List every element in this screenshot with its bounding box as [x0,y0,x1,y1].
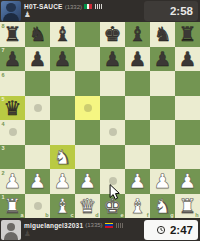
black-knight[interactable]: ♞ [29,22,47,47]
white-pawn[interactable]: ♟ [4,169,22,194]
square-c8[interactable]: ♝ [50,22,75,47]
square-a6[interactable]: 6 [0,71,25,96]
square-a8[interactable]: 8♜ [0,22,25,47]
signal-bars-icon [116,223,123,228]
square-a1[interactable]: 1a♜ [0,194,25,219]
person-silhouette-icon [7,223,15,231]
square-d1[interactable]: d♛ [75,194,100,219]
square-d3[interactable] [75,145,100,170]
top-player-name[interactable]: H0T-SAUCE [24,3,63,10]
white-pawn[interactable]: ♟ [54,169,72,194]
bottom-player-avatar[interactable] [1,220,21,240]
white-pawn[interactable]: ♟ [129,169,147,194]
person-silhouette-icon [4,232,18,240]
square-c5[interactable] [50,96,75,121]
file-label-g: g [170,212,173,218]
square-e4[interactable] [100,120,125,145]
chess-game-screen: H0T-SAUCE (1332) ♟ 2:58 8♜♞♝♚♝♞♜7♟♟♟♟♟♟♟… [0,0,200,241]
captured-white-pawn-icon: ♟ [24,11,31,19]
white-bishop[interactable]: ♝ [129,194,147,219]
black-queen[interactable]: ♛ [4,96,22,121]
bottom-player-bar: miguelangel32031 (1335) ♟ 2:47 [0,218,200,241]
square-h6[interactable] [175,71,200,96]
square-b3[interactable] [25,145,50,170]
italy-flag-icon [84,4,92,9]
square-c7[interactable]: ♟ [50,47,75,72]
square-e1[interactable]: e♚ [100,194,125,219]
square-h4[interactable] [175,120,200,145]
square-c4[interactable] [50,120,75,145]
bottom-clock-time: 2:47 [170,224,193,236]
square-e7[interactable]: ♟ [100,47,125,72]
square-b6[interactable] [25,71,50,96]
square-f6[interactable] [125,71,150,96]
black-bishop[interactable]: ♝ [129,22,147,47]
black-knight[interactable]: ♞ [154,22,172,47]
white-pawn[interactable]: ♟ [154,169,172,194]
rank-label-8: 8 [2,23,5,29]
file-label-a: a [20,212,23,218]
rank-label-5: 5 [2,96,5,102]
square-e8[interactable]: ♚ [100,22,125,47]
square-h1[interactable]: h♜ [175,194,200,219]
white-knight[interactable]: ♞ [154,194,172,219]
square-d7[interactable] [75,47,100,72]
square-a4[interactable]: 4 [0,120,25,145]
rank-label-7: 7 [2,47,5,53]
white-queen[interactable]: ♛ [79,194,97,219]
square-b4[interactable] [25,120,50,145]
square-a5[interactable]: 5♛ [0,96,25,121]
legal-move-dot[interactable] [34,202,42,210]
bottom-player-rating: (1335) [85,222,102,228]
square-f5[interactable] [125,96,150,121]
clock-icon [156,225,166,235]
file-label-e: e [120,212,123,218]
white-rook[interactable]: ♜ [4,194,22,219]
square-g6[interactable] [150,71,175,96]
square-a2[interactable]: 2♟ [0,169,25,194]
white-bishop[interactable]: ♝ [54,194,72,219]
black-pawn[interactable]: ♟ [154,47,172,72]
bottom-player-name[interactable]: miguelangel32031 [24,222,83,229]
square-d2[interactable]: ♟ [75,169,100,194]
rank-label-2: 2 [2,170,5,176]
square-c6[interactable] [50,71,75,96]
legal-move-dot[interactable] [84,104,92,112]
file-label-b: b [45,212,48,218]
top-player-bar: H0T-SAUCE (1332) ♟ 2:58 [0,0,200,22]
legal-move-dot[interactable] [109,177,117,185]
square-b1[interactable]: b [25,194,50,219]
square-e5[interactable] [100,96,125,121]
top-player-clock: 2:58 [144,1,198,21]
black-pawn[interactable]: ♟ [129,47,147,72]
square-c3[interactable]: ♞ [50,145,75,170]
legal-move-dot[interactable] [109,128,117,136]
white-pawn[interactable]: ♟ [179,169,197,194]
file-label-h: h [195,212,198,218]
square-f7[interactable]: ♟ [125,47,150,72]
square-a3[interactable]: 3 [0,145,25,170]
black-pawn[interactable]: ♟ [4,47,22,72]
black-bishop[interactable]: ♝ [54,22,72,47]
white-pawn[interactable]: ♟ [29,169,47,194]
black-pawn[interactable]: ♟ [179,47,197,72]
white-rook[interactable]: ♜ [179,194,197,219]
square-g4[interactable] [150,120,175,145]
square-f2[interactable]: ♟ [125,169,150,194]
bottom-player-clock: 2:47 [144,220,198,240]
square-d8[interactable] [75,22,100,47]
square-f3[interactable] [125,145,150,170]
square-d5[interactable] [75,96,100,121]
avatar-figure [6,3,16,12]
square-g3[interactable] [150,145,175,170]
square-h8[interactable]: ♜ [175,22,200,47]
square-c1[interactable]: c♝ [50,194,75,219]
captured-black-pawn-icon: ♟ [24,230,31,238]
square-c2[interactable]: ♟ [50,169,75,194]
square-f4[interactable] [125,120,150,145]
square-d4[interactable] [75,120,100,145]
square-h3[interactable] [175,145,200,170]
square-h7[interactable]: ♟ [175,47,200,72]
square-g1[interactable]: g♞ [150,194,175,219]
square-e3[interactable] [100,145,125,170]
black-pawn[interactable]: ♟ [104,47,122,72]
square-e6[interactable] [100,71,125,96]
chess-board[interactable]: 8♜♞♝♚♝♞♜7♟♟♟♟♟♟♟65♛43♞2♟♟♟♟♟♟♟1a♜bc♝d♛e♚… [0,22,200,218]
top-player-rating: (1332) [65,4,82,10]
square-g2[interactable]: ♟ [150,169,175,194]
black-pawn[interactable]: ♟ [54,47,72,72]
avatar-figure [3,13,19,21]
rank-label-4: 4 [2,121,5,127]
white-knight[interactable]: ♞ [54,145,72,170]
legal-move-dot[interactable] [9,128,17,136]
square-h2[interactable]: ♟ [175,169,200,194]
file-label-c: c [70,212,73,218]
square-g7[interactable]: ♟ [150,47,175,72]
square-f1[interactable]: f♝ [125,194,150,219]
white-king[interactable]: ♚ [104,194,122,219]
top-player-avatar[interactable] [1,1,21,21]
legal-move-dot[interactable] [34,104,42,112]
square-b5[interactable] [25,96,50,121]
square-a7[interactable]: 7♟ [0,47,25,72]
rank-label-3: 3 [2,145,5,151]
file-label-f: f [147,212,149,218]
white-pawn[interactable]: ♟ [79,169,97,194]
black-rook[interactable]: ♜ [4,22,22,47]
file-label-d: d [95,212,98,218]
square-g8[interactable]: ♞ [150,22,175,47]
black-rook[interactable]: ♜ [179,22,197,47]
square-b2[interactable]: ♟ [25,169,50,194]
square-e2[interactable] [100,169,125,194]
rank-label-6: 6 [2,72,5,78]
square-g5[interactable] [150,96,175,121]
square-h5[interactable] [175,96,200,121]
square-d6[interactable] [75,71,100,96]
signal-bars-icon [95,4,102,9]
square-b7[interactable]: ♟ [25,47,50,72]
square-f8[interactable]: ♝ [125,22,150,47]
black-king[interactable]: ♚ [104,22,122,47]
square-b8[interactable]: ♞ [25,22,50,47]
venezuela-flag-icon [105,223,113,228]
rank-label-1: 1 [2,194,5,200]
black-pawn[interactable]: ♟ [29,47,47,72]
